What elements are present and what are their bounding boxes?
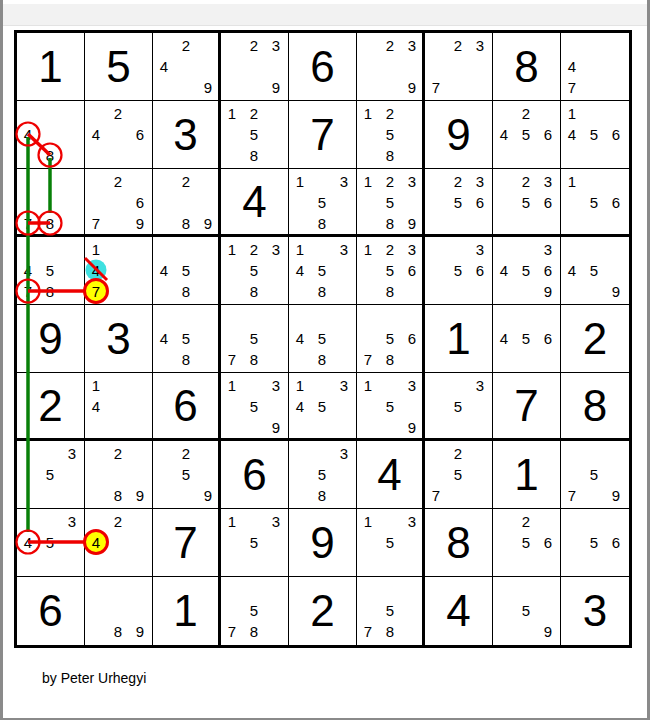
candidate-7: 7 bbox=[561, 486, 583, 504]
cell-r9c4[interactable]: 578 bbox=[221, 577, 289, 645]
big-digit: 4 bbox=[221, 169, 288, 234]
candidate-5: 5 bbox=[515, 601, 537, 619]
big-digit: 7 bbox=[153, 509, 218, 576]
cell-r7c9[interactable]: 579 bbox=[561, 441, 629, 509]
cell-r7c1[interactable]: 35 bbox=[17, 441, 85, 509]
candidate-5: 5 bbox=[379, 261, 401, 279]
cell-r5c7[interactable]: 1 bbox=[425, 305, 493, 373]
candidate-2: 2 bbox=[447, 36, 469, 54]
candidate-5: 5 bbox=[379, 125, 401, 143]
candidate-9: 9 bbox=[197, 486, 219, 504]
big-digit: 6 bbox=[289, 33, 356, 100]
cell-r2c3[interactable]: 3 bbox=[153, 101, 221, 169]
candidate-9: 9 bbox=[401, 418, 423, 436]
big-digit: 9 bbox=[425, 101, 492, 168]
candidate-2: 2 bbox=[243, 240, 265, 258]
candidate-7: 7 bbox=[561, 78, 583, 96]
candidate-4: 4 bbox=[85, 125, 107, 143]
candidate-1: 1 bbox=[221, 240, 243, 258]
cell-r3c9[interactable]: 156 bbox=[561, 169, 629, 237]
candidate-6: 6 bbox=[401, 329, 423, 347]
candidate-6: 6 bbox=[605, 193, 627, 211]
cell-r5c9[interactable]: 2 bbox=[561, 305, 629, 373]
cell-r9c3[interactable]: 1 bbox=[153, 577, 221, 645]
candidate-5: 5 bbox=[447, 465, 469, 483]
cell-r8c2[interactable]: 24 bbox=[85, 509, 153, 577]
candidate-5: 5 bbox=[311, 261, 333, 279]
cell-r5c1[interactable]: 9 bbox=[17, 305, 85, 373]
candidate-1: 1 bbox=[357, 172, 379, 190]
cell-r5c6[interactable]: 5678 bbox=[357, 305, 425, 373]
big-digit: 1 bbox=[153, 577, 218, 645]
cell-r3c1[interactable]: 78 bbox=[17, 169, 85, 237]
candidate-6: 6 bbox=[129, 125, 151, 143]
cell-r4c1[interactable]: 4578 bbox=[17, 237, 85, 305]
candidate-2: 2 bbox=[379, 36, 401, 54]
candidate-2: 2 bbox=[243, 104, 265, 122]
candidate-4: 4 bbox=[17, 261, 39, 279]
candidate-5: 5 bbox=[379, 397, 401, 415]
candidate-1: 1 bbox=[85, 240, 107, 258]
cell-r9c9[interactable]: 3 bbox=[561, 577, 629, 645]
candidate-1: 1 bbox=[289, 376, 311, 394]
cell-r6c2[interactable]: 14 bbox=[85, 373, 153, 441]
candidate-5: 5 bbox=[175, 465, 197, 483]
candidate-3: 3 bbox=[537, 172, 559, 190]
candidate-1: 1 bbox=[357, 512, 379, 530]
cell-r3c8[interactable]: 2356 bbox=[493, 169, 561, 237]
candidate-7: 7 bbox=[221, 350, 243, 368]
big-digit: 6 bbox=[153, 373, 218, 438]
candidate-8: 8 bbox=[39, 214, 61, 232]
candidate-5: 5 bbox=[583, 193, 605, 211]
candidate-4: 4 bbox=[85, 533, 107, 551]
candidate-8: 8 bbox=[175, 214, 197, 232]
cell-r5c5[interactable]: 458 bbox=[289, 305, 357, 373]
big-digit: 5 bbox=[85, 33, 152, 100]
candidate-1: 1 bbox=[221, 512, 243, 530]
big-digit: 2 bbox=[289, 577, 356, 645]
cell-r3c7[interactable]: 2356 bbox=[425, 169, 493, 237]
candidate-7: 7 bbox=[425, 486, 447, 504]
candidate-8: 8 bbox=[243, 622, 265, 640]
candidate-5: 5 bbox=[243, 261, 265, 279]
candidate-2: 2 bbox=[379, 104, 401, 122]
candidate-8: 8 bbox=[175, 282, 197, 300]
candidate-5: 5 bbox=[243, 397, 265, 415]
cell-r2c2[interactable]: 246 bbox=[85, 101, 153, 169]
big-digit: 8 bbox=[493, 33, 560, 100]
candidate-4: 4 bbox=[153, 329, 175, 347]
cell-r2c9[interactable]: 1456 bbox=[561, 101, 629, 169]
cell-r9c2[interactable]: 89 bbox=[85, 577, 153, 645]
candidate-2: 2 bbox=[175, 36, 197, 54]
candidate-3: 3 bbox=[469, 376, 491, 394]
candidate-7: 7 bbox=[221, 622, 243, 640]
candidate-8: 8 bbox=[311, 486, 333, 504]
candidate-3: 3 bbox=[333, 376, 355, 394]
candidate-5: 5 bbox=[311, 397, 333, 415]
cell-r8c6[interactable]: 135 bbox=[357, 509, 425, 577]
candidate-3: 3 bbox=[333, 172, 355, 190]
candidate-8: 8 bbox=[175, 350, 197, 368]
cell-r2c4[interactable]: 1258 bbox=[221, 101, 289, 169]
candidate-9: 9 bbox=[197, 214, 219, 232]
cell-r4c2[interactable]: 147 bbox=[85, 237, 153, 305]
cell-r3c4[interactable]: 4 bbox=[221, 169, 289, 237]
cell-r8c8[interactable]: 256 bbox=[493, 509, 561, 577]
candidate-8: 8 bbox=[379, 282, 401, 300]
candidate-9: 9 bbox=[129, 622, 151, 640]
candidate-9: 9 bbox=[605, 282, 627, 300]
cell-r6c1[interactable]: 2 bbox=[17, 373, 85, 441]
cell-r1c4[interactable]: 239 bbox=[221, 33, 289, 101]
candidate-5: 5 bbox=[583, 125, 605, 143]
candidate-9: 9 bbox=[401, 78, 423, 96]
cell-r7c5[interactable]: 358 bbox=[289, 441, 357, 509]
cell-r3c2[interactable]: 2679 bbox=[85, 169, 153, 237]
candidate-4: 4 bbox=[153, 261, 175, 279]
cell-r1c2[interactable]: 5 bbox=[85, 33, 153, 101]
cell-r8c1[interactable]: 345 bbox=[17, 509, 85, 577]
big-digit: 6 bbox=[17, 577, 84, 645]
candidate-6: 6 bbox=[401, 261, 423, 279]
candidate-5: 5 bbox=[583, 465, 605, 483]
candidate-2: 2 bbox=[515, 512, 537, 530]
candidate-9: 9 bbox=[537, 622, 559, 640]
candidate-5: 5 bbox=[379, 193, 401, 211]
candidate-5: 5 bbox=[175, 329, 197, 347]
cell-r6c6[interactable]: 1359 bbox=[357, 373, 425, 441]
cell-r6c3[interactable]: 6 bbox=[153, 373, 221, 441]
cell-r3c6[interactable]: 123589 bbox=[357, 169, 425, 237]
candidate-1: 1 bbox=[221, 104, 243, 122]
candidate-4: 4 bbox=[561, 57, 583, 75]
candidate-5: 5 bbox=[379, 329, 401, 347]
candidate-8: 8 bbox=[243, 282, 265, 300]
big-digit: 3 bbox=[561, 577, 629, 645]
candidate-7: 7 bbox=[357, 350, 379, 368]
candidate-7: 7 bbox=[17, 214, 39, 232]
candidate-2: 2 bbox=[107, 512, 129, 530]
candidate-6: 6 bbox=[469, 261, 491, 279]
candidate-3: 3 bbox=[265, 512, 287, 530]
candidate-9: 9 bbox=[129, 214, 151, 232]
candidate-9: 9 bbox=[129, 486, 151, 504]
cell-r5c8[interactable]: 456 bbox=[493, 305, 561, 373]
candidate-3: 3 bbox=[469, 172, 491, 190]
candidate-2: 2 bbox=[515, 172, 537, 190]
candidate-8: 8 bbox=[379, 146, 401, 164]
candidate-4: 4 bbox=[17, 125, 39, 143]
candidate-3: 3 bbox=[401, 36, 423, 54]
candidate-5: 5 bbox=[583, 533, 605, 551]
candidate-5: 5 bbox=[515, 261, 537, 279]
sudoku-board: 1524923962392378474824631258712589245614… bbox=[14, 30, 632, 648]
candidate-8: 8 bbox=[243, 146, 265, 164]
candidate-4: 4 bbox=[289, 397, 311, 415]
candidate-8: 8 bbox=[243, 350, 265, 368]
candidate-5: 5 bbox=[243, 533, 265, 551]
cell-r8c5[interactable]: 9 bbox=[289, 509, 357, 577]
candidate-8: 8 bbox=[311, 214, 333, 232]
cell-r8c9[interactable]: 56 bbox=[561, 509, 629, 577]
candidate-3: 3 bbox=[401, 240, 423, 258]
candidate-6: 6 bbox=[537, 533, 559, 551]
cell-r1c5[interactable]: 6 bbox=[289, 33, 357, 101]
big-digit: 6 bbox=[221, 441, 288, 508]
candidate-6: 6 bbox=[537, 329, 559, 347]
candidate-3: 3 bbox=[333, 240, 355, 258]
cell-r6c4[interactable]: 1359 bbox=[221, 373, 289, 441]
candidate-3: 3 bbox=[469, 240, 491, 258]
author-caption: by Peter Urhegyi bbox=[42, 670, 146, 686]
candidate-1: 1 bbox=[289, 240, 311, 258]
cell-r1c1[interactable]: 1 bbox=[17, 33, 85, 101]
candidate-3: 3 bbox=[401, 376, 423, 394]
candidate-4: 4 bbox=[493, 125, 515, 143]
cell-r8c3[interactable]: 7 bbox=[153, 509, 221, 577]
candidate-5: 5 bbox=[447, 261, 469, 279]
candidate-6: 6 bbox=[537, 125, 559, 143]
candidate-5: 5 bbox=[243, 125, 265, 143]
candidate-3: 3 bbox=[265, 376, 287, 394]
candidate-5: 5 bbox=[515, 193, 537, 211]
cell-r7c4[interactable]: 6 bbox=[221, 441, 289, 509]
big-digit: 7 bbox=[493, 373, 560, 438]
cell-r1c6[interactable]: 239 bbox=[357, 33, 425, 101]
cell-r2c5[interactable]: 7 bbox=[289, 101, 357, 169]
big-digit: 3 bbox=[153, 101, 218, 168]
big-digit: 2 bbox=[561, 305, 629, 372]
candidate-1: 1 bbox=[357, 104, 379, 122]
cell-r5c4[interactable]: 578 bbox=[221, 305, 289, 373]
candidate-3: 3 bbox=[61, 444, 83, 462]
candidate-8: 8 bbox=[39, 146, 61, 164]
candidate-7: 7 bbox=[85, 282, 107, 300]
cell-r9c8[interactable]: 59 bbox=[493, 577, 561, 645]
cell-r1c8[interactable]: 8 bbox=[493, 33, 561, 101]
candidate-2: 2 bbox=[379, 172, 401, 190]
big-digit: 1 bbox=[17, 33, 84, 100]
candidate-6: 6 bbox=[605, 125, 627, 143]
candidate-5: 5 bbox=[379, 601, 401, 619]
cell-r8c4[interactable]: 135 bbox=[221, 509, 289, 577]
cell-r6c8[interactable]: 7 bbox=[493, 373, 561, 441]
candidate-7: 7 bbox=[425, 78, 447, 96]
candidate-7: 7 bbox=[357, 622, 379, 640]
cell-r5c2[interactable]: 3 bbox=[85, 305, 153, 373]
cell-r4c8[interactable]: 34569 bbox=[493, 237, 561, 305]
cell-r4c5[interactable]: 13458 bbox=[289, 237, 357, 305]
candidate-1: 1 bbox=[357, 376, 379, 394]
candidate-4: 4 bbox=[17, 533, 39, 551]
candidate-5: 5 bbox=[447, 193, 469, 211]
cell-r6c5[interactable]: 1345 bbox=[289, 373, 357, 441]
cell-r1c3[interactable]: 249 bbox=[153, 33, 221, 101]
candidate-8: 8 bbox=[107, 486, 129, 504]
cell-r4c7[interactable]: 356 bbox=[425, 237, 493, 305]
cell-r6c9[interactable]: 8 bbox=[561, 373, 629, 441]
cell-r7c2[interactable]: 289 bbox=[85, 441, 153, 509]
candidate-1: 1 bbox=[289, 172, 311, 190]
cell-r9c6[interactable]: 578 bbox=[357, 577, 425, 645]
cell-r9c5[interactable]: 2 bbox=[289, 577, 357, 645]
window-frame-left bbox=[0, 0, 3, 720]
candidate-4: 4 bbox=[561, 261, 583, 279]
candidate-2: 2 bbox=[175, 172, 197, 190]
candidate-5: 5 bbox=[515, 329, 537, 347]
candidate-8: 8 bbox=[379, 350, 401, 368]
candidate-5: 5 bbox=[311, 329, 333, 347]
candidate-5: 5 bbox=[39, 533, 61, 551]
candidate-7: 7 bbox=[85, 214, 107, 232]
candidate-4: 4 bbox=[153, 57, 175, 75]
candidate-7: 7 bbox=[17, 282, 39, 300]
big-digit: 9 bbox=[289, 509, 356, 576]
candidate-1: 1 bbox=[561, 104, 583, 122]
candidate-8: 8 bbox=[379, 214, 401, 232]
candidate-1: 1 bbox=[357, 240, 379, 258]
cell-r7c3[interactable]: 259 bbox=[153, 441, 221, 509]
candidate-2: 2 bbox=[107, 172, 129, 190]
big-digit: 7 bbox=[289, 101, 356, 168]
candidate-3: 3 bbox=[265, 240, 287, 258]
candidate-9: 9 bbox=[605, 486, 627, 504]
candidate-5: 5 bbox=[175, 261, 197, 279]
cell-r9c1[interactable]: 6 bbox=[17, 577, 85, 645]
candidate-6: 6 bbox=[469, 193, 491, 211]
candidate-8: 8 bbox=[107, 622, 129, 640]
big-digit: 2 bbox=[17, 373, 84, 438]
cell-r2c7[interactable]: 9 bbox=[425, 101, 493, 169]
candidate-4: 4 bbox=[561, 125, 583, 143]
big-digit: 1 bbox=[493, 441, 560, 508]
cell-r1c9[interactable]: 47 bbox=[561, 33, 629, 101]
candidate-5: 5 bbox=[583, 261, 605, 279]
cell-r9c7[interactable]: 4 bbox=[425, 577, 493, 645]
candidate-9: 9 bbox=[265, 418, 287, 436]
candidate-4: 4 bbox=[85, 261, 107, 279]
candidate-2: 2 bbox=[107, 104, 129, 122]
candidate-9: 9 bbox=[537, 282, 559, 300]
candidate-2: 2 bbox=[107, 444, 129, 462]
candidate-1: 1 bbox=[561, 172, 583, 190]
candidate-3: 3 bbox=[469, 36, 491, 54]
big-digit: 8 bbox=[425, 509, 492, 576]
candidate-5: 5 bbox=[379, 533, 401, 551]
candidate-8: 8 bbox=[39, 282, 61, 300]
candidate-5: 5 bbox=[311, 193, 333, 211]
candidate-5: 5 bbox=[39, 261, 61, 279]
candidate-9: 9 bbox=[265, 78, 287, 96]
cell-r4c6[interactable]: 123568 bbox=[357, 237, 425, 305]
big-digit: 9 bbox=[17, 305, 84, 372]
candidate-5: 5 bbox=[515, 533, 537, 551]
candidate-5: 5 bbox=[515, 125, 537, 143]
candidate-3: 3 bbox=[537, 240, 559, 258]
cell-r4c4[interactable]: 12358 bbox=[221, 237, 289, 305]
candidate-2: 2 bbox=[515, 104, 537, 122]
candidate-4: 4 bbox=[85, 397, 107, 415]
candidate-3: 3 bbox=[401, 512, 423, 530]
big-digit: 4 bbox=[357, 441, 422, 508]
candidate-2: 2 bbox=[447, 444, 469, 462]
big-digit: 4 bbox=[425, 577, 492, 645]
candidate-5: 5 bbox=[311, 465, 333, 483]
cell-r5c3[interactable]: 458 bbox=[153, 305, 221, 373]
candidate-9: 9 bbox=[197, 78, 219, 96]
cell-r8c7[interactable]: 8 bbox=[425, 509, 493, 577]
candidate-9: 9 bbox=[401, 214, 423, 232]
candidate-1: 1 bbox=[221, 376, 243, 394]
candidate-5: 5 bbox=[447, 397, 469, 415]
cell-r3c3[interactable]: 289 bbox=[153, 169, 221, 237]
candidate-6: 6 bbox=[537, 193, 559, 211]
candidate-2: 2 bbox=[243, 36, 265, 54]
cell-r7c6[interactable]: 4 bbox=[357, 441, 425, 509]
candidate-2: 2 bbox=[379, 240, 401, 258]
cell-r2c1[interactable]: 48 bbox=[17, 101, 85, 169]
big-digit: 1 bbox=[425, 305, 492, 372]
candidate-2: 2 bbox=[447, 172, 469, 190]
candidate-8: 8 bbox=[311, 350, 333, 368]
candidate-6: 6 bbox=[129, 193, 151, 211]
candidate-8: 8 bbox=[379, 622, 401, 640]
candidate-5: 5 bbox=[39, 465, 61, 483]
cell-r4c9[interactable]: 459 bbox=[561, 237, 629, 305]
cell-r7c8[interactable]: 1 bbox=[493, 441, 561, 509]
candidate-4: 4 bbox=[493, 329, 515, 347]
cell-r7c7[interactable]: 257 bbox=[425, 441, 493, 509]
big-digit: 8 bbox=[561, 373, 629, 438]
big-digit: 3 bbox=[85, 305, 152, 372]
candidate-1: 1 bbox=[85, 376, 107, 394]
candidate-3: 3 bbox=[401, 172, 423, 190]
candidate-4: 4 bbox=[289, 329, 311, 347]
cell-r6c7[interactable]: 35 bbox=[425, 373, 493, 441]
candidate-6: 6 bbox=[537, 261, 559, 279]
candidate-8: 8 bbox=[311, 282, 333, 300]
candidate-4: 4 bbox=[493, 261, 515, 279]
cell-r3c5[interactable]: 1358 bbox=[289, 169, 357, 237]
candidate-3: 3 bbox=[265, 36, 287, 54]
cell-r2c6[interactable]: 1258 bbox=[357, 101, 425, 169]
candidate-4: 4 bbox=[289, 261, 311, 279]
candidate-3: 3 bbox=[61, 512, 83, 530]
candidate-2: 2 bbox=[175, 444, 197, 462]
candidate-5: 5 bbox=[243, 329, 265, 347]
candidate-6: 6 bbox=[605, 533, 627, 551]
cell-r1c7[interactable]: 237 bbox=[425, 33, 493, 101]
cell-r4c3[interactable]: 458 bbox=[153, 237, 221, 305]
candidate-3: 3 bbox=[333, 444, 355, 462]
candidate-5: 5 bbox=[243, 601, 265, 619]
toolbar-band bbox=[3, 4, 647, 26]
cell-r2c8[interactable]: 2456 bbox=[493, 101, 561, 169]
